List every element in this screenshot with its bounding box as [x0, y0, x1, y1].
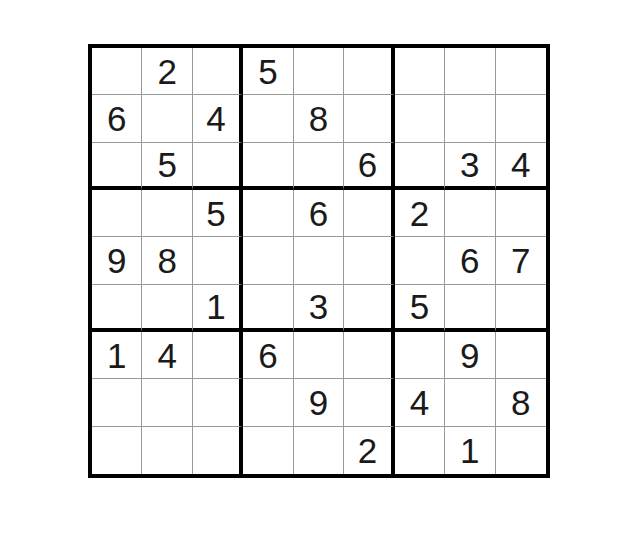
- cell-r9c1[interactable]: [92, 427, 142, 474]
- cell-r6c3: 1: [193, 285, 243, 332]
- cell-r9c3[interactable]: [193, 427, 243, 474]
- cell-r2c9[interactable]: [496, 95, 546, 142]
- cell-r8c9: 8: [496, 379, 546, 426]
- cell-r5c7[interactable]: [395, 237, 445, 284]
- cell-r7c4: 6: [243, 332, 293, 379]
- cell-r9c6: 2: [344, 427, 394, 474]
- sudoku-page: 2564856345629867135146994821: [0, 0, 640, 540]
- cell-r7c5[interactable]: [294, 332, 344, 379]
- cell-r7c8: 9: [445, 332, 495, 379]
- cell-r5c8: 6: [445, 237, 495, 284]
- cell-r8c5: 9: [294, 379, 344, 426]
- cell-r8c7: 4: [395, 379, 445, 426]
- cell-r1c7[interactable]: [395, 48, 445, 95]
- cell-r4c3: 5: [193, 190, 243, 237]
- cell-r2c4[interactable]: [243, 95, 293, 142]
- cell-r1c5[interactable]: [294, 48, 344, 95]
- cell-r2c3: 4: [193, 95, 243, 142]
- cell-r9c7[interactable]: [395, 427, 445, 474]
- cell-r3c2: 5: [142, 143, 192, 190]
- cell-r4c8[interactable]: [445, 190, 495, 237]
- cell-r1c9[interactable]: [496, 48, 546, 95]
- cell-r2c2[interactable]: [142, 95, 192, 142]
- cell-r3c8: 3: [445, 143, 495, 190]
- cell-r4c7: 2: [395, 190, 445, 237]
- cell-r1c4: 5: [243, 48, 293, 95]
- cell-r4c9[interactable]: [496, 190, 546, 237]
- cell-r2c6[interactable]: [344, 95, 394, 142]
- cell-r2c5: 8: [294, 95, 344, 142]
- cell-r5c1: 9: [92, 237, 142, 284]
- cell-r8c6[interactable]: [344, 379, 394, 426]
- cell-r9c2[interactable]: [142, 427, 192, 474]
- cell-r9c4[interactable]: [243, 427, 293, 474]
- cell-r2c1: 6: [92, 95, 142, 142]
- cell-r5c4[interactable]: [243, 237, 293, 284]
- cell-r6c1[interactable]: [92, 285, 142, 332]
- cell-r2c8[interactable]: [445, 95, 495, 142]
- cell-r7c6[interactable]: [344, 332, 394, 379]
- cell-r6c9[interactable]: [496, 285, 546, 332]
- cell-r1c1[interactable]: [92, 48, 142, 95]
- cell-r6c7: 5: [395, 285, 445, 332]
- cell-r4c1[interactable]: [92, 190, 142, 237]
- cell-r5c3[interactable]: [193, 237, 243, 284]
- cell-r2c7[interactable]: [395, 95, 445, 142]
- cell-r1c6[interactable]: [344, 48, 394, 95]
- cell-r8c4[interactable]: [243, 379, 293, 426]
- cell-r3c3[interactable]: [193, 143, 243, 190]
- cell-r3c9: 4: [496, 143, 546, 190]
- cell-r5c2: 8: [142, 237, 192, 284]
- cell-r6c2[interactable]: [142, 285, 192, 332]
- sudoku-board: 2564856345629867135146994821: [88, 44, 550, 478]
- cell-r6c8[interactable]: [445, 285, 495, 332]
- cell-r1c3[interactable]: [193, 48, 243, 95]
- cell-r3c4[interactable]: [243, 143, 293, 190]
- cell-r5c9: 7: [496, 237, 546, 284]
- cell-r7c3[interactable]: [193, 332, 243, 379]
- cell-r5c5[interactable]: [294, 237, 344, 284]
- cell-r4c5: 6: [294, 190, 344, 237]
- cell-r7c1: 1: [92, 332, 142, 379]
- cell-r9c9[interactable]: [496, 427, 546, 474]
- cell-r3c5[interactable]: [294, 143, 344, 190]
- cell-r8c3[interactable]: [193, 379, 243, 426]
- cell-r5c6[interactable]: [344, 237, 394, 284]
- cell-r1c2: 2: [142, 48, 192, 95]
- cell-r6c4[interactable]: [243, 285, 293, 332]
- cell-r7c9[interactable]: [496, 332, 546, 379]
- cell-r8c8[interactable]: [445, 379, 495, 426]
- cell-r4c4[interactable]: [243, 190, 293, 237]
- cell-r9c5[interactable]: [294, 427, 344, 474]
- cell-r9c8: 1: [445, 427, 495, 474]
- cell-r1c8[interactable]: [445, 48, 495, 95]
- cell-r6c5: 3: [294, 285, 344, 332]
- cell-r7c7[interactable]: [395, 332, 445, 379]
- cell-r8c1[interactable]: [92, 379, 142, 426]
- cell-r4c6[interactable]: [344, 190, 394, 237]
- cell-r7c2: 4: [142, 332, 192, 379]
- cell-r3c1[interactable]: [92, 143, 142, 190]
- cell-r8c2[interactable]: [142, 379, 192, 426]
- cell-r3c7[interactable]: [395, 143, 445, 190]
- cell-r4c2[interactable]: [142, 190, 192, 237]
- cell-r6c6[interactable]: [344, 285, 394, 332]
- cell-r3c6: 6: [344, 143, 394, 190]
